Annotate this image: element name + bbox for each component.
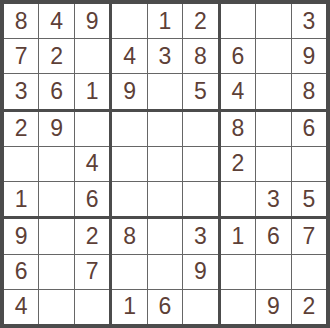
cell-r2c1[interactable]: 7 (4, 39, 38, 73)
cell-r2c6[interactable]: 8 (183, 39, 217, 73)
given-digit: 5 (302, 188, 315, 211)
box-1-2: 86235 (221, 112, 326, 217)
given-digit: 1 (15, 188, 28, 211)
given-digit: 5 (194, 80, 207, 103)
given-digit: 3 (267, 188, 280, 211)
cell-r1c4[interactable] (112, 4, 146, 38)
cell-r3c9[interactable]: 8 (292, 74, 326, 108)
given-digit: 1 (231, 225, 244, 248)
box-0-0: 84972361 (4, 4, 109, 109)
cell-r1c1[interactable]: 8 (4, 4, 38, 38)
cell-r6c2[interactable] (39, 182, 73, 216)
given-digit: 7 (86, 260, 99, 283)
cell-r2c5[interactable]: 3 (148, 39, 182, 73)
given-digit: 7 (302, 225, 315, 248)
cell-r4c9[interactable]: 6 (292, 112, 326, 146)
given-digit: 9 (50, 117, 63, 140)
cell-r3c8[interactable] (256, 74, 290, 108)
given-digit: 2 (302, 295, 315, 318)
cell-r5c7[interactable]: 2 (221, 147, 255, 181)
cell-r6c5[interactable] (148, 182, 182, 216)
cell-r3c5[interactable] (148, 74, 182, 108)
cell-r4c6[interactable] (183, 112, 217, 146)
cell-r6c4[interactable] (112, 182, 146, 216)
given-digit: 6 (231, 45, 244, 68)
cell-r1c2[interactable]: 4 (39, 4, 73, 38)
cell-r5c5[interactable] (148, 147, 182, 181)
cell-r9c1[interactable]: 4 (4, 290, 38, 324)
cell-r3c2[interactable]: 6 (39, 74, 73, 108)
given-digit: 6 (159, 295, 172, 318)
cell-r4c2[interactable]: 9 (39, 112, 73, 146)
cell-r8c3[interactable]: 7 (75, 255, 109, 289)
cell-r7c6[interactable]: 3 (183, 219, 217, 253)
cell-r5c4[interactable] (112, 147, 146, 181)
given-digit: 3 (302, 10, 315, 33)
given-digit: 8 (302, 80, 315, 103)
given-digit: 4 (15, 295, 28, 318)
cell-r4c8[interactable] (256, 112, 290, 146)
cell-r9c6[interactable] (183, 290, 217, 324)
cell-r9c2[interactable] (39, 290, 73, 324)
cell-r1c3[interactable]: 9 (75, 4, 109, 38)
given-digit: 2 (50, 45, 63, 68)
box-2-2: 16792 (221, 219, 326, 324)
given-digit: 2 (194, 10, 207, 33)
cell-r4c1[interactable]: 2 (4, 112, 38, 146)
cell-r1c6[interactable]: 2 (183, 4, 217, 38)
cell-r3c1[interactable]: 3 (4, 74, 38, 108)
box-0-1: 1243895 (112, 4, 217, 109)
given-digit: 1 (159, 10, 172, 33)
given-digit: 6 (267, 225, 280, 248)
given-digit: 8 (15, 10, 28, 33)
given-digit: 3 (159, 45, 172, 68)
given-digit: 1 (123, 295, 136, 318)
given-digit: 4 (123, 45, 136, 68)
cell-r9c4[interactable]: 1 (112, 290, 146, 324)
cell-r7c3[interactable]: 2 (75, 219, 109, 253)
cell-r4c7[interactable]: 8 (221, 112, 255, 146)
cell-r6c7[interactable] (221, 182, 255, 216)
cell-r6c3[interactable]: 6 (75, 182, 109, 216)
cell-r6c9[interactable]: 5 (292, 182, 326, 216)
cell-r4c3[interactable] (75, 112, 109, 146)
box-0-2: 36948 (221, 4, 326, 109)
cell-r8c8[interactable] (256, 255, 290, 289)
cell-r8c6[interactable]: 9 (183, 255, 217, 289)
given-digit: 6 (86, 188, 99, 211)
cell-r2c3[interactable] (75, 39, 109, 73)
given-digit: 9 (15, 225, 28, 248)
cell-r1c7[interactable] (221, 4, 255, 38)
cell-r2c9[interactable]: 9 (292, 39, 326, 73)
cell-r4c4[interactable] (112, 112, 146, 146)
box-1-0: 29416 (4, 112, 109, 217)
cell-r5c3[interactable]: 4 (75, 147, 109, 181)
cell-r7c7[interactable]: 1 (221, 219, 255, 253)
cell-r3c4[interactable]: 9 (112, 74, 146, 108)
box-2-0: 92674 (4, 219, 109, 324)
cell-r7c5[interactable] (148, 219, 182, 253)
cell-r9c7[interactable] (221, 290, 255, 324)
given-digit: 6 (15, 260, 28, 283)
cell-r7c2[interactable] (39, 219, 73, 253)
given-digit: 4 (231, 80, 244, 103)
given-digit: 9 (123, 80, 136, 103)
cell-r3c7[interactable]: 4 (221, 74, 255, 108)
given-digit: 4 (50, 10, 63, 33)
given-digit: 2 (86, 225, 99, 248)
given-digit: 4 (86, 152, 99, 175)
cell-r2c8[interactable] (256, 39, 290, 73)
cell-r9c8[interactable]: 9 (256, 290, 290, 324)
given-digit: 6 (302, 117, 315, 140)
cell-r8c5[interactable] (148, 255, 182, 289)
given-digit: 7 (15, 45, 28, 68)
cell-r9c9[interactable]: 2 (292, 290, 326, 324)
cell-r9c5[interactable]: 6 (148, 290, 182, 324)
cell-r2c7[interactable]: 6 (221, 39, 255, 73)
cell-r2c2[interactable]: 2 (39, 39, 73, 73)
cell-r4c5[interactable] (148, 112, 182, 146)
cell-r5c2[interactable] (39, 147, 73, 181)
given-digit: 9 (302, 45, 315, 68)
given-digit: 3 (15, 80, 28, 103)
cell-r5c1[interactable] (4, 147, 38, 181)
cell-r7c4[interactable]: 8 (112, 219, 146, 253)
cell-r7c1[interactable]: 9 (4, 219, 38, 253)
given-digit: 9 (86, 10, 99, 33)
box-2-1: 83916 (112, 219, 217, 324)
cell-r5c8[interactable] (256, 147, 290, 181)
cell-r1c9[interactable]: 3 (292, 4, 326, 38)
cell-r5c6[interactable] (183, 147, 217, 181)
cell-r9c3[interactable] (75, 290, 109, 324)
cell-r8c2[interactable] (39, 255, 73, 289)
cell-r6c1[interactable]: 1 (4, 182, 38, 216)
given-digit: 9 (267, 295, 280, 318)
given-digit: 8 (194, 45, 207, 68)
given-digit: 9 (194, 260, 207, 283)
cell-r7c9[interactable]: 7 (292, 219, 326, 253)
given-digit: 1 (86, 80, 99, 103)
cell-r5c9[interactable] (292, 147, 326, 181)
cell-r6c8[interactable]: 3 (256, 182, 290, 216)
cell-r7c8[interactable]: 6 (256, 219, 290, 253)
cell-r3c3[interactable]: 1 (75, 74, 109, 108)
cell-r1c8[interactable] (256, 4, 290, 38)
cell-r3c6[interactable]: 5 (183, 74, 217, 108)
given-digit: 8 (123, 225, 136, 248)
cell-r6c6[interactable] (183, 182, 217, 216)
given-digit: 8 (231, 117, 244, 140)
sudoku-board: 8497236112438953694829416862359267483916… (0, 0, 330, 328)
given-digit: 3 (194, 225, 207, 248)
cell-r8c9[interactable] (292, 255, 326, 289)
box-1-1 (112, 112, 217, 217)
given-digit: 2 (15, 117, 28, 140)
cell-r8c4[interactable] (112, 255, 146, 289)
given-digit: 2 (231, 152, 244, 175)
cell-r8c1[interactable]: 6 (4, 255, 38, 289)
cell-r2c4[interactable]: 4 (112, 39, 146, 73)
given-digit: 6 (50, 80, 63, 103)
cell-r8c7[interactable] (221, 255, 255, 289)
cell-r1c5[interactable]: 1 (148, 4, 182, 38)
